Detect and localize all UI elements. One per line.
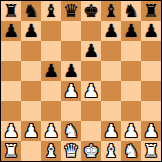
- piece-black-knight: ♞: [23, 1, 39, 21]
- square-f5[interactable]: [101, 61, 121, 81]
- piece-black-pawn: ♟: [103, 21, 119, 41]
- chess-board: ♜♞♝♛♚♝♞♜♟♟♟♟♟♟♟♟♟♟♟♟♟♞♟♟♟♜♝♛♚♝♞♜: [0, 0, 162, 162]
- square-g8[interactable]: ♞: [121, 1, 141, 21]
- square-a5[interactable]: [1, 61, 21, 81]
- square-c1[interactable]: ♝: [41, 141, 61, 161]
- square-h8[interactable]: ♜: [141, 1, 161, 21]
- piece-white-bishop: ♝: [43, 141, 59, 161]
- square-g3[interactable]: [121, 101, 141, 121]
- square-f6[interactable]: [101, 41, 121, 61]
- piece-white-pawn: ♟: [123, 121, 139, 141]
- square-h5[interactable]: [141, 61, 161, 81]
- piece-black-bishop: ♝: [43, 1, 59, 21]
- square-b5[interactable]: [21, 61, 41, 81]
- piece-black-knight: ♞: [123, 1, 139, 21]
- square-a6[interactable]: [1, 41, 21, 61]
- square-b2[interactable]: ♟: [21, 121, 41, 141]
- square-d4[interactable]: ♟: [61, 81, 81, 101]
- square-h7[interactable]: ♟: [141, 21, 161, 41]
- piece-white-pawn: ♟: [143, 121, 159, 141]
- square-c3[interactable]: [41, 101, 61, 121]
- square-h3[interactable]: [141, 101, 161, 121]
- square-b1[interactable]: [21, 141, 41, 161]
- square-a4[interactable]: [1, 81, 21, 101]
- square-a8[interactable]: ♜: [1, 1, 21, 21]
- square-e7[interactable]: [81, 21, 101, 41]
- piece-white-pawn: ♟: [23, 121, 39, 141]
- piece-white-bishop: ♝: [103, 141, 119, 161]
- piece-white-pawn: ♟: [83, 81, 99, 101]
- square-d8[interactable]: ♛: [61, 1, 81, 21]
- piece-black-rook: ♜: [3, 1, 19, 21]
- piece-black-rook: ♜: [143, 1, 159, 21]
- square-c5[interactable]: ♟: [41, 61, 61, 81]
- square-g7[interactable]: ♟: [121, 21, 141, 41]
- piece-white-pawn: ♟: [3, 121, 19, 141]
- square-c8[interactable]: ♝: [41, 1, 61, 21]
- square-d2[interactable]: ♞: [61, 121, 81, 141]
- piece-black-pawn: ♟: [3, 21, 19, 41]
- piece-white-knight: ♞: [123, 141, 139, 161]
- square-a1[interactable]: ♜: [1, 141, 21, 161]
- piece-black-pawn: ♟: [123, 21, 139, 41]
- square-d3[interactable]: [61, 101, 81, 121]
- square-f3[interactable]: [101, 101, 121, 121]
- square-a3[interactable]: [1, 101, 21, 121]
- square-h2[interactable]: ♟: [141, 121, 161, 141]
- square-g5[interactable]: [121, 61, 141, 81]
- square-b6[interactable]: [21, 41, 41, 61]
- square-e2[interactable]: [81, 121, 101, 141]
- square-e4[interactable]: ♟: [81, 81, 101, 101]
- square-h1[interactable]: ♜: [141, 141, 161, 161]
- square-g2[interactable]: ♟: [121, 121, 141, 141]
- square-c2[interactable]: ♟: [41, 121, 61, 141]
- square-e8[interactable]: ♚: [81, 1, 101, 21]
- square-f2[interactable]: ♟: [101, 121, 121, 141]
- piece-black-queen: ♛: [63, 1, 79, 21]
- piece-black-pawn: ♟: [63, 61, 79, 81]
- square-a7[interactable]: ♟: [1, 21, 21, 41]
- square-b4[interactable]: [21, 81, 41, 101]
- piece-white-pawn: ♟: [103, 121, 119, 141]
- piece-black-pawn: ♟: [23, 21, 39, 41]
- square-b3[interactable]: [21, 101, 41, 121]
- square-d7[interactable]: [61, 21, 81, 41]
- square-g1[interactable]: ♞: [121, 141, 141, 161]
- piece-black-king: ♚: [83, 1, 99, 21]
- square-c7[interactable]: [41, 21, 61, 41]
- chess-board-container: ♜♞♝♛♚♝♞♜♟♟♟♟♟♟♟♟♟♟♟♟♟♞♟♟♟♜♝♛♚♝♞♜: [0, 0, 162, 162]
- square-f8[interactable]: ♝: [101, 1, 121, 21]
- square-g4[interactable]: [121, 81, 141, 101]
- piece-black-pawn: ♟: [43, 61, 59, 81]
- piece-black-bishop: ♝: [103, 1, 119, 21]
- square-g6[interactable]: [121, 41, 141, 61]
- piece-white-rook: ♜: [143, 141, 159, 161]
- square-b7[interactable]: ♟: [21, 21, 41, 41]
- piece-black-pawn: ♟: [143, 21, 159, 41]
- square-c6[interactable]: [41, 41, 61, 61]
- square-d1[interactable]: ♛: [61, 141, 81, 161]
- piece-white-queen: ♛: [63, 141, 79, 161]
- piece-white-rook: ♜: [3, 141, 19, 161]
- piece-white-pawn: ♟: [63, 81, 79, 101]
- square-b8[interactable]: ♞: [21, 1, 41, 21]
- square-a2[interactable]: ♟: [1, 121, 21, 141]
- square-d5[interactable]: ♟: [61, 61, 81, 81]
- square-d6[interactable]: [61, 41, 81, 61]
- square-c4[interactable]: [41, 81, 61, 101]
- piece-black-pawn: ♟: [83, 41, 99, 61]
- square-e6[interactable]: ♟: [81, 41, 101, 61]
- square-h6[interactable]: [141, 41, 161, 61]
- square-f1[interactable]: ♝: [101, 141, 121, 161]
- piece-white-knight: ♞: [63, 121, 79, 141]
- square-e1[interactable]: ♚: [81, 141, 101, 161]
- square-e3[interactable]: [81, 101, 101, 121]
- square-f4[interactable]: [101, 81, 121, 101]
- square-f7[interactable]: ♟: [101, 21, 121, 41]
- piece-white-pawn: ♟: [43, 121, 59, 141]
- piece-white-king: ♚: [83, 141, 99, 161]
- square-h4[interactable]: [141, 81, 161, 101]
- square-e5[interactable]: [81, 61, 101, 81]
